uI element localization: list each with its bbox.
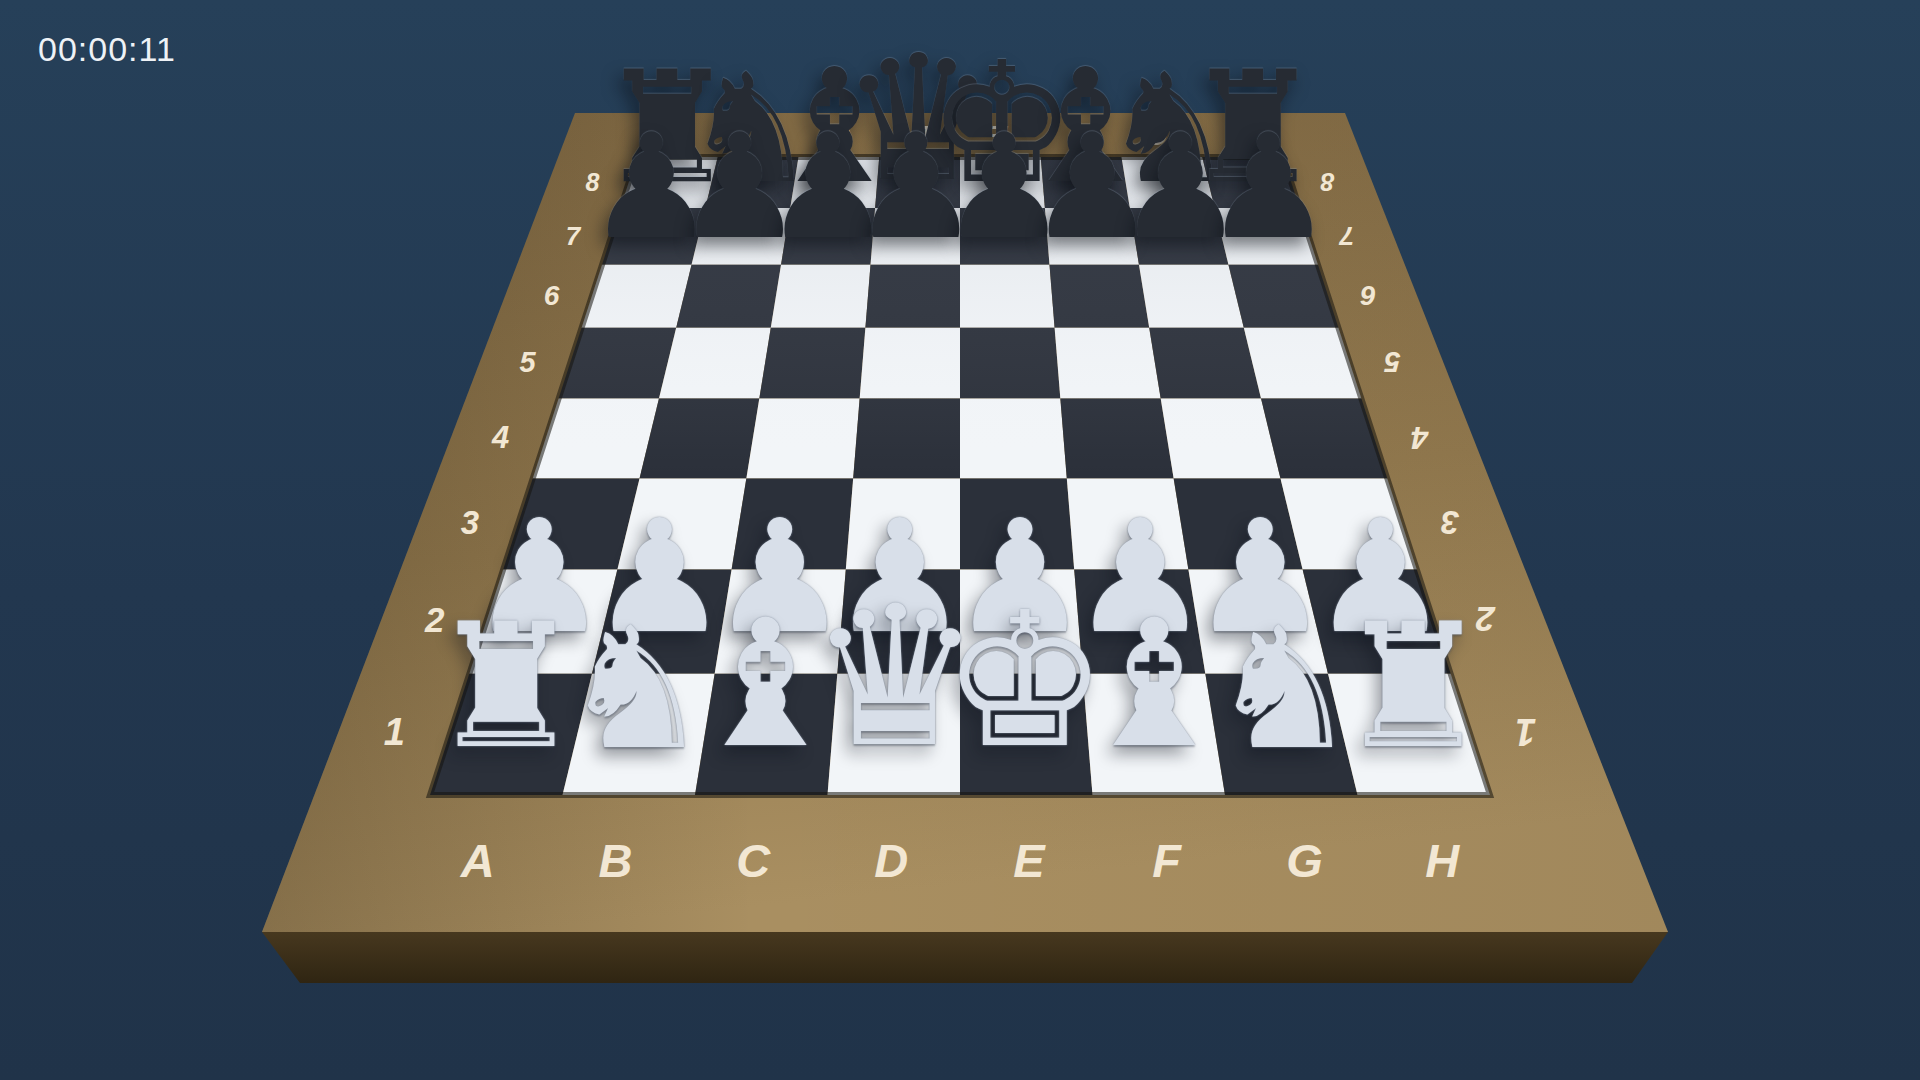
file-label-bottom-b: B — [599, 834, 633, 887]
piece-white-rook-h1[interactable]: ♜ — [1336, 601, 1490, 773]
board-side-edge — [262, 932, 1668, 983]
rank-label-left-1: 1 — [384, 711, 405, 753]
rank-label-right-7: 7 — [1338, 221, 1354, 251]
rank-label-right-1: 1 — [1515, 711, 1536, 753]
rank-label-left-5: 5 — [520, 346, 537, 378]
rank-label-right-6: 6 — [1360, 280, 1376, 311]
rank-label-right-4: 4 — [1411, 420, 1429, 455]
rank-label-right-5: 5 — [1383, 346, 1400, 378]
file-label-bottom-f: F — [1152, 834, 1182, 887]
file-label-bottom-c: C — [736, 834, 771, 887]
file-label-bottom-a: A — [460, 834, 495, 887]
rank-label-left-7: 7 — [566, 221, 582, 251]
file-label-bottom-h: H — [1425, 834, 1460, 887]
file-label-bottom-e: E — [1013, 834, 1046, 887]
piece-black-pawn-h7[interactable]: ♟ — [1204, 115, 1334, 260]
file-label-bottom-d: D — [874, 834, 908, 887]
rank-label-left-4: 4 — [491, 420, 509, 455]
game-scene: 00:00:11 AABBCCDDEEFFGGHH887766554433 — [0, 0, 1920, 1080]
file-label-bottom-g: G — [1286, 834, 1323, 887]
rank-label-left-6: 6 — [544, 280, 560, 311]
